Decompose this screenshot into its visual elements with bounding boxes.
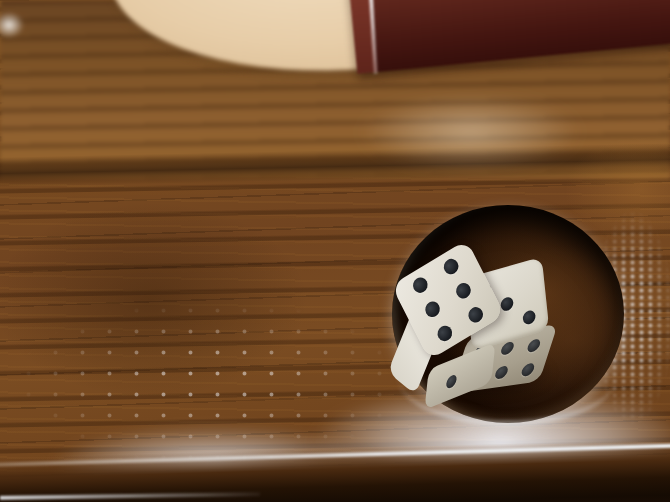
- glare-speckles: [15, 300, 405, 465]
- die-pip: [446, 373, 458, 390]
- die-pip: [453, 280, 473, 301]
- die-pip: [423, 299, 443, 320]
- photo-scene: [0, 0, 670, 502]
- die-pip: [526, 339, 542, 353]
- die-pip: [465, 304, 485, 325]
- varnish-sheen: [360, 95, 580, 170]
- die-front: [396, 252, 521, 402]
- die-pip: [411, 274, 431, 295]
- die-pip: [435, 323, 455, 344]
- glare-top-left: [0, 12, 24, 38]
- die-pip: [522, 309, 536, 326]
- die-pip: [441, 256, 461, 277]
- die-pip: [520, 363, 536, 377]
